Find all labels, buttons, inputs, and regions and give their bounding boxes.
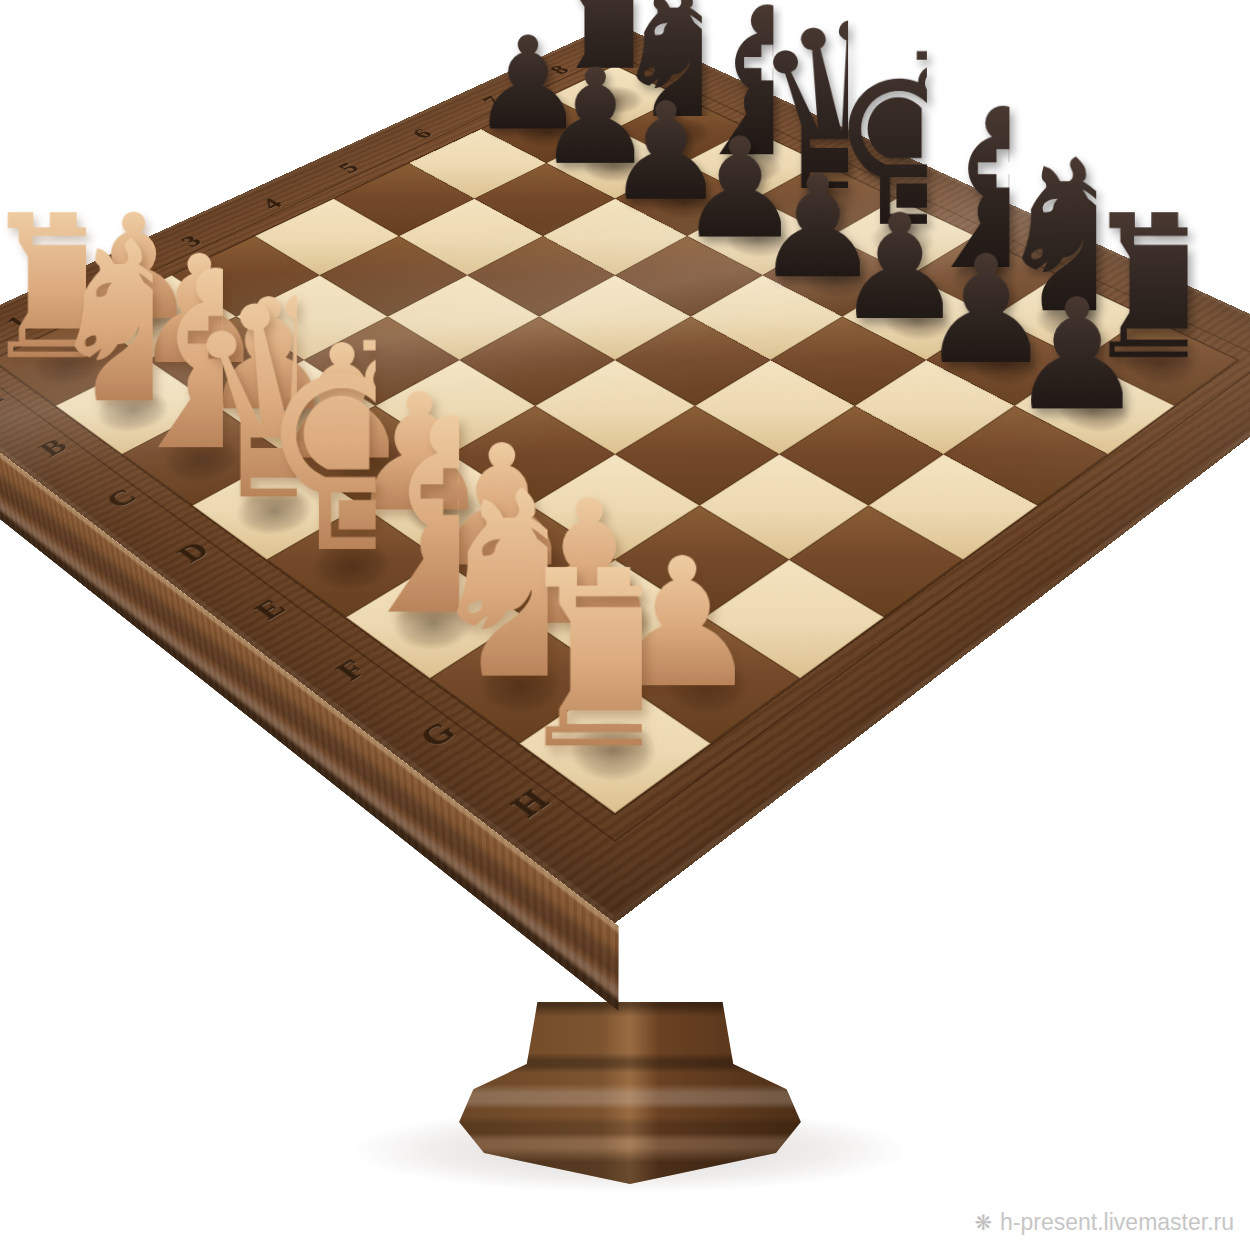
file-label-b: B bbox=[33, 434, 74, 460]
file-label-f: F bbox=[328, 654, 374, 686]
rank-label-4: 4 bbox=[256, 195, 288, 213]
watermark-text: h-present.livemaster.ru bbox=[1000, 1209, 1234, 1236]
rank-label-5: 5 bbox=[333, 159, 365, 176]
rank-label-6: 6 bbox=[407, 126, 439, 142]
file-label-e: E bbox=[247, 594, 293, 625]
square-h1: ♜ bbox=[519, 678, 710, 813]
file-label-g: G bbox=[411, 716, 464, 754]
board-frame: ♜♞♝♛♚♝♞♜♟♟♟♟♟♟♟♟♟♟♟♟♟♟♟♟♜♞♝♛♚♝♞♜ 1234567… bbox=[0, 23, 1250, 923]
black-pawn-h7: ♟ bbox=[1008, 285, 1122, 427]
watermark: ❋ h-present.livemaster.ru bbox=[974, 1209, 1234, 1236]
chess-board: ♜♞♝♛♚♝♞♜♟♟♟♟♟♟♟♟♟♟♟♟♟♟♟♟♜♞♝♛♚♝♞♜ 1234567… bbox=[0, 23, 1250, 923]
board-squares: ♜♞♝♛♚♝♞♜♟♟♟♟♟♟♟♟♟♟♟♟♟♟♟♟♜♞♝♛♚♝♞♜ bbox=[0, 66, 1237, 814]
file-label-h: H bbox=[503, 784, 558, 824]
file-label-a: A bbox=[0, 387, 10, 413]
white-rook-h1: ♜ bbox=[505, 548, 642, 773]
board-foot bbox=[452, 1002, 808, 1184]
chess-set-photo: ♜♞♝♛♚♝♞♜♟♟♟♟♟♟♟♟♟♟♟♟♟♟♟♟♜♞♝♛♚♝♞♜ 1234567… bbox=[0, 0, 1250, 1250]
square-e5 bbox=[615, 317, 771, 406]
watermark-flower-icon: ❋ bbox=[974, 1211, 992, 1235]
file-label-d: D bbox=[171, 537, 217, 567]
file-label-c: C bbox=[99, 484, 143, 513]
